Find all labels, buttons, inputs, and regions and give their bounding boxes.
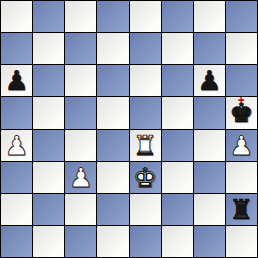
piece-black-pawn-g6[interactable]: ♟ <box>197 65 221 96</box>
square-c2[interactable] <box>65 194 96 225</box>
square-f7[interactable] <box>162 33 193 64</box>
square-g4[interactable] <box>194 130 225 161</box>
square-d1[interactable] <box>97 226 128 257</box>
square-a5[interactable] <box>1 97 32 128</box>
piece-white-pawn-a4[interactable]: ♟ <box>4 130 28 161</box>
square-b3[interactable] <box>33 162 64 193</box>
square-d7[interactable] <box>97 33 128 64</box>
square-h6[interactable] <box>226 65 257 96</box>
square-f5[interactable] <box>162 97 193 128</box>
square-a4[interactable]: ♟ <box>1 130 32 161</box>
square-d8[interactable] <box>97 1 128 32</box>
square-c1[interactable] <box>65 226 96 257</box>
square-e8[interactable] <box>130 1 161 32</box>
square-f4[interactable] <box>162 130 193 161</box>
square-c5[interactable] <box>65 97 96 128</box>
square-a6[interactable]: ♟ <box>1 65 32 96</box>
piece-white-pawn-h4[interactable]: ♟ <box>229 130 253 161</box>
square-g6[interactable]: ♟ <box>194 65 225 96</box>
square-g1[interactable] <box>194 226 225 257</box>
square-a7[interactable] <box>1 33 32 64</box>
square-f1[interactable] <box>162 226 193 257</box>
chess-board: ♟♟♚✚♟♜♟♟♚♜ <box>0 0 258 258</box>
square-c6[interactable] <box>65 65 96 96</box>
square-b4[interactable] <box>33 130 64 161</box>
square-g2[interactable] <box>194 194 225 225</box>
square-e4[interactable]: ♜ <box>130 130 161 161</box>
square-g5[interactable] <box>194 97 225 128</box>
king-cross-accent: ✚ <box>238 97 245 105</box>
square-g8[interactable] <box>194 1 225 32</box>
square-f6[interactable] <box>162 65 193 96</box>
square-f8[interactable] <box>162 1 193 32</box>
square-b5[interactable] <box>33 97 64 128</box>
square-b7[interactable] <box>33 33 64 64</box>
square-h4[interactable]: ♟ <box>226 130 257 161</box>
square-d6[interactable] <box>97 65 128 96</box>
square-e6[interactable] <box>130 65 161 96</box>
square-e2[interactable] <box>130 194 161 225</box>
square-d4[interactable] <box>97 130 128 161</box>
piece-black-rook-h2[interactable]: ♜ <box>229 194 253 225</box>
square-g7[interactable] <box>194 33 225 64</box>
square-b1[interactable] <box>33 226 64 257</box>
square-b6[interactable] <box>33 65 64 96</box>
square-c7[interactable] <box>65 33 96 64</box>
square-h8[interactable] <box>226 1 257 32</box>
square-a8[interactable] <box>1 1 32 32</box>
square-f2[interactable] <box>162 194 193 225</box>
square-g3[interactable] <box>194 162 225 193</box>
square-c4[interactable] <box>65 130 96 161</box>
square-a1[interactable] <box>1 226 32 257</box>
square-c8[interactable] <box>65 1 96 32</box>
piece-white-rook-e4[interactable]: ♜ <box>133 130 157 161</box>
square-d5[interactable] <box>97 97 128 128</box>
square-h3[interactable] <box>226 162 257 193</box>
square-e7[interactable] <box>130 33 161 64</box>
square-e3[interactable]: ♚ <box>130 162 161 193</box>
square-d2[interactable] <box>97 194 128 225</box>
square-a3[interactable] <box>1 162 32 193</box>
piece-white-king-e3[interactable]: ♚ <box>133 162 157 193</box>
square-h5[interactable]: ♚✚ <box>226 97 257 128</box>
square-c3[interactable]: ♟ <box>65 162 96 193</box>
square-e1[interactable] <box>130 226 161 257</box>
square-d3[interactable] <box>97 162 128 193</box>
piece-white-pawn-c3[interactable]: ♟ <box>69 162 93 193</box>
square-a2[interactable] <box>1 194 32 225</box>
square-h2[interactable]: ♜ <box>226 194 257 225</box>
square-f3[interactable] <box>162 162 193 193</box>
square-b2[interactable] <box>33 194 64 225</box>
square-h1[interactable] <box>226 226 257 257</box>
piece-black-pawn-a6[interactable]: ♟ <box>4 65 28 96</box>
square-b8[interactable] <box>33 1 64 32</box>
square-e5[interactable] <box>130 97 161 128</box>
square-h7[interactable] <box>226 33 257 64</box>
